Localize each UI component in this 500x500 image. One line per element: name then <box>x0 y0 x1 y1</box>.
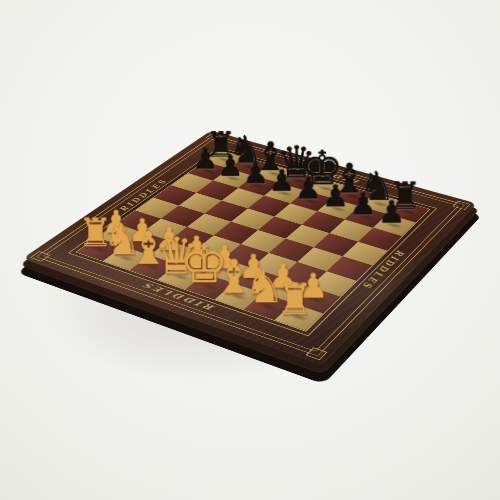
piece-shadow <box>198 167 218 175</box>
square-e6[interactable] <box>274 203 317 224</box>
piece-shadow <box>239 163 259 171</box>
piece-shadow <box>328 205 349 214</box>
square-g8[interactable]: ♞ <box>359 194 401 215</box>
white-rook-icon: ♜ <box>262 278 329 321</box>
scene: RIDDLES RIDDLES RIDDLES RIDDLES ♜♞♝♛♚♝♞♜… <box>0 0 500 500</box>
chess-board: RIDDLES RIDDLES RIDDLES RIDDLES ♜♞♝♛♚♝♞♜… <box>22 131 477 366</box>
black-queen-icon: ♛ <box>268 140 324 184</box>
black-pawn-icon: ♟ <box>362 197 422 228</box>
square-d8[interactable]: ♛ <box>280 171 321 190</box>
square-b7[interactable]: ♟ <box>213 169 254 188</box>
black-pawn-icon: ♟ <box>307 181 365 211</box>
square-a8[interactable]: ♜ <box>205 151 245 169</box>
piece-shadow <box>355 213 377 222</box>
square-e7[interactable]: ♟ <box>290 191 332 212</box>
square-b8[interactable]: ♞ <box>229 157 269 176</box>
square-d5[interactable] <box>231 208 274 230</box>
border-text-top: RIDDLES <box>261 153 396 194</box>
piece-shadow <box>248 182 268 190</box>
piece-shadow <box>383 221 405 230</box>
square-e8[interactable]: ♚ <box>306 179 347 199</box>
piece-shadow <box>290 177 310 185</box>
black-king-icon: ♚ <box>294 144 351 191</box>
black-pawn-icon: ♟ <box>228 159 285 188</box>
square-a6[interactable] <box>171 173 213 193</box>
square-b6[interactable] <box>196 181 238 201</box>
piece-shadow <box>274 189 295 197</box>
square-c5[interactable] <box>205 201 248 222</box>
square-f8[interactable]: ♝ <box>332 186 373 206</box>
piece-shadow <box>264 170 284 178</box>
black-pawn-icon: ♟ <box>280 173 338 203</box>
piece-shadow <box>215 156 235 164</box>
black-bishop-icon: ♝ <box>243 137 299 176</box>
square-h8[interactable]: ♜ <box>387 201 429 222</box>
piece-shadow <box>301 197 322 205</box>
square-c8[interactable]: ♝ <box>254 164 295 183</box>
frame-corner-motif <box>453 201 471 210</box>
black-rook-icon: ♜ <box>376 177 435 214</box>
square-a5[interactable] <box>154 185 197 205</box>
square-b5[interactable] <box>179 193 222 214</box>
photo-background: RIDDLES RIDDLES RIDDLES RIDDLES ♜♞♝♛♚♝♞♜… <box>0 0 500 500</box>
square-d7[interactable]: ♟ <box>264 183 306 203</box>
black-pawn-icon: ♟ <box>254 166 311 196</box>
black-knight-icon: ♞ <box>218 132 273 170</box>
square-g7[interactable]: ♟ <box>345 206 387 227</box>
piece-shadow <box>397 208 419 217</box>
black-pawn-icon: ♟ <box>178 144 233 173</box>
square-c7[interactable]: ♟ <box>238 176 279 196</box>
black-bishop-icon: ♝ <box>321 159 379 199</box>
square-f6[interactable] <box>302 211 345 233</box>
black-pawn-icon: ♟ <box>203 151 259 180</box>
piece-shadow <box>316 185 337 193</box>
square-a7[interactable]: ♟ <box>188 162 229 181</box>
black-knight-icon: ♞ <box>348 167 406 207</box>
piece-shadow <box>223 175 243 183</box>
square-c6[interactable] <box>222 188 264 208</box>
square-d6[interactable] <box>248 196 291 217</box>
square-f7[interactable]: ♟ <box>317 198 359 219</box>
frame-corner-motif <box>205 133 222 140</box>
black-rook-icon: ♜ <box>194 127 249 162</box>
piece-shadow <box>342 192 363 200</box>
piece-shadow <box>370 200 391 209</box>
black-pawn-icon: ♟ <box>334 189 393 220</box>
